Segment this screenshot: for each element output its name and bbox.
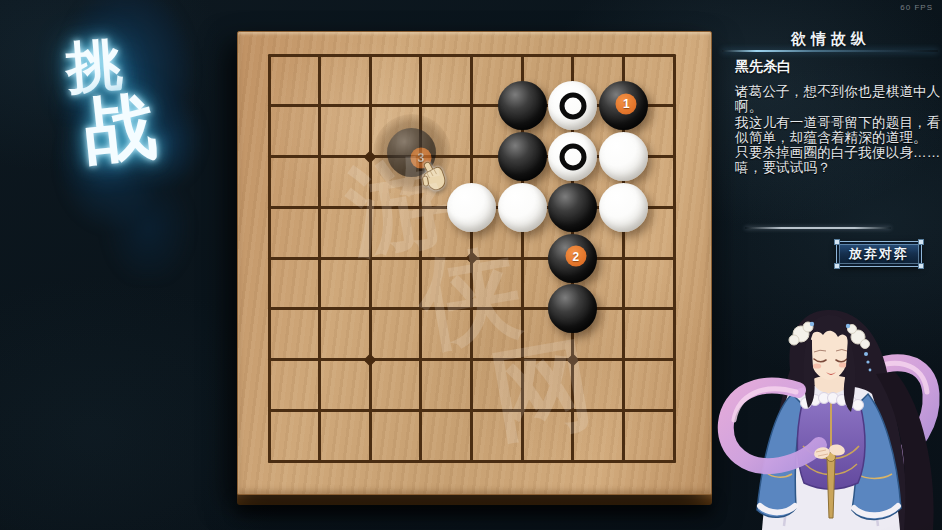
go-board[interactable]: 132 xyxy=(237,31,712,495)
stone-white xyxy=(447,183,496,232)
dialogue-line: 诸葛公子，想不到你也是棋道中人 xyxy=(735,84,941,99)
grid-line-vertical xyxy=(673,54,676,463)
grid-line-horizontal xyxy=(268,460,676,463)
grid-line-horizontal xyxy=(268,409,676,412)
star-point xyxy=(465,252,478,265)
stone-white-circled xyxy=(548,132,597,181)
button-corner-ornament xyxy=(834,263,840,269)
move-number-badge: 2 xyxy=(565,246,586,267)
stone-black xyxy=(548,183,597,232)
dialogue-line: 我这儿有一道哥哥留下的题目，看 xyxy=(735,115,941,130)
stone-white xyxy=(599,132,648,181)
panel-divider xyxy=(745,227,891,229)
stone-white xyxy=(599,183,648,232)
dialogue-line: 啊。 xyxy=(735,99,941,114)
stone-black xyxy=(498,132,547,181)
puzzle-title: 欲情故纵 xyxy=(722,30,940,49)
challenge-banner: 挑 战 xyxy=(18,0,228,280)
dialogue-line: 似简单，却蕴含着精深的道理。 xyxy=(735,130,941,145)
stone-black xyxy=(498,81,547,130)
challenge-char-1: 挑 xyxy=(64,36,124,96)
puzzle-objective: 黑先杀白 xyxy=(735,58,791,76)
game-screen: 60 FPS 挑 战 132 游 侠 网 欲情故纵 黑先杀白 诸葛公子，想不到你… xyxy=(0,0,942,530)
dialogue-text: 诸葛公子，想不到你也是棋道中人啊。我这儿有一道哥哥留下的题目，看似简单，却蕴含着… xyxy=(735,84,941,176)
challenge-char-2: 战 xyxy=(80,88,159,167)
title-divider xyxy=(722,50,938,52)
star-point xyxy=(566,353,579,366)
button-corner-ornament xyxy=(918,263,924,269)
stone-black: 2 xyxy=(548,234,597,283)
puzzle-panel: 欲情故纵 黑先杀白 诸葛公子，想不到你也是棋道中人啊。我这儿有一道哥哥留下的题目… xyxy=(722,0,940,300)
hand-cursor-icon xyxy=(419,160,447,192)
stone-white xyxy=(498,183,547,232)
abandon-game-button[interactable]: 放弃对弈 xyxy=(836,241,922,267)
stone-white-circled xyxy=(548,81,597,130)
grid-line-horizontal xyxy=(268,307,676,310)
npc-character-illustration xyxy=(700,282,942,530)
dialogue-line: 嘻，要试试吗？ xyxy=(735,160,941,175)
abandon-button-label: 放弃对弈 xyxy=(849,246,909,261)
fps-counter: 60 FPS xyxy=(900,3,933,12)
capture-target-circle-mark xyxy=(559,143,586,170)
grid-line-horizontal xyxy=(268,358,676,361)
move-number-badge: 1 xyxy=(616,93,637,114)
star-point xyxy=(364,353,377,366)
button-corner-ornament xyxy=(918,239,924,245)
stone-black: 1 xyxy=(599,81,648,130)
capture-target-circle-mark xyxy=(559,92,586,119)
stone-black xyxy=(548,284,597,333)
button-corner-ornament xyxy=(834,239,840,245)
dialogue-line: 只要杀掉画圈的白子我便以身…… xyxy=(735,145,941,160)
